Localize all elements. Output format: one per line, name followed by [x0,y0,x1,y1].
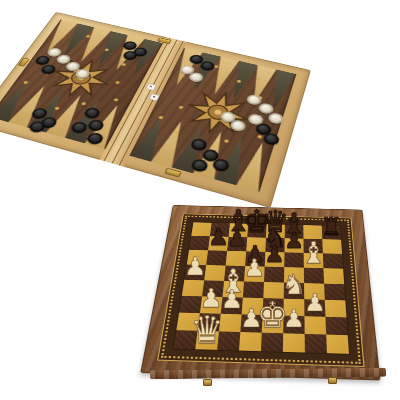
square-c7 [227,237,247,252]
square-g6 [304,253,324,268]
square-c2 [219,314,242,332]
gold-dot-inlay [60,35,65,38]
square-e3 [263,298,284,315]
square-e7 [265,238,284,253]
square-e2 [262,315,284,333]
gold-dot-inlay [113,98,118,102]
square-d6 [245,251,265,266]
square-h4 [324,284,345,301]
square-d1 [239,332,262,351]
square-h5 [323,268,344,284]
backgammon-board [0,12,311,208]
square-g5 [304,268,324,284]
square-b5 [204,265,225,281]
square-a8 [191,222,211,236]
square-f8 [285,225,304,239]
square-g1 [305,334,327,353]
brass-hinge [203,379,212,386]
square-d2 [240,314,262,332]
square-e4 [263,282,284,299]
gold-dot-inlay [158,116,163,120]
chess-board [140,205,380,380]
square-f1 [283,333,305,352]
gold-dot-inlay [214,65,219,68]
square-b7 [208,236,228,251]
chess-grid [172,222,350,355]
square-g3 [304,299,325,317]
gold-dot-inlay [54,107,59,111]
square-e1 [261,333,283,352]
square-f5 [284,267,304,283]
gold-dot-inlay [115,81,120,84]
square-b4 [202,280,224,297]
square-b8 [210,223,230,237]
square-b1 [195,331,219,350]
square-h7 [322,239,342,254]
square-b2 [198,313,221,331]
gold-dot-inlay [178,106,183,110]
square-h6 [323,253,343,268]
square-f7 [284,238,303,253]
square-d5 [244,266,265,282]
gold-dot-inlay [257,135,262,139]
square-c1 [217,331,240,350]
square-f4 [284,283,304,300]
gold-dot-inlay [121,63,126,66]
square-a2 [176,313,200,331]
square-h3 [325,300,347,318]
product-photo-canvas: ♝♚♛♝♜♟♟♞♟♟♟♝♟♟♝♞♟♟♟♟♚♟♛ [0,0,400,400]
square-g7 [303,239,322,254]
square-d8 [247,224,266,238]
square-b3 [200,296,223,313]
square-a7 [189,236,210,251]
square-e8 [266,224,285,238]
square-a3 [179,296,202,313]
gold-dot-inlay [86,35,91,38]
square-f2 [283,316,304,334]
gold-dot-inlay [81,102,86,106]
square-g4 [304,283,325,300]
square-a5 [184,264,206,280]
square-c5 [224,266,245,282]
square-c8 [229,223,249,237]
square-c4 [222,281,244,298]
square-f6 [284,252,304,267]
square-g2 [304,316,326,334]
square-a1 [173,330,197,349]
square-h8 [322,226,341,240]
square-g8 [303,225,322,239]
gold-dot-inlay [224,139,229,143]
gold-dot-inlay [23,81,28,84]
brass-hinge [328,377,337,384]
square-a6 [187,250,208,265]
square-b6 [206,250,227,265]
square-d4 [243,281,264,298]
square-c6 [226,251,247,266]
square-a4 [182,280,204,297]
square-d3 [242,298,264,315]
square-f3 [283,299,304,316]
square-h2 [325,317,347,335]
square-c3 [221,297,243,314]
square-e5 [264,267,284,283]
square-h1 [326,335,349,354]
square-e6 [265,252,285,267]
square-d7 [246,237,266,252]
